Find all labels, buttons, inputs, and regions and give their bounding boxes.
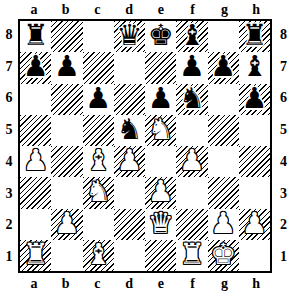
file-label-top-g: g — [209, 0, 241, 19]
file-label-top-a: a — [18, 0, 50, 19]
rank-label-left-6: 6 — [0, 83, 18, 115]
rank-label-left-5: 5 — [0, 114, 18, 146]
square-d5[interactable]: ♞ — [114, 115, 145, 146]
square-c2[interactable] — [83, 209, 114, 240]
square-f1[interactable]: ♜ — [176, 240, 207, 271]
white-pawn-icon: ♟ — [54, 209, 80, 238]
square-h7[interactable]: ♝ — [239, 52, 270, 83]
rank-labels-right: 87654321 — [272, 19, 295, 273]
square-c1[interactable]: ♝ — [83, 240, 114, 271]
square-h2[interactable]: ♟ — [239, 209, 270, 240]
rank-labels-left: 87654321 — [0, 19, 18, 273]
square-a7[interactable]: ♟ — [20, 52, 51, 83]
file-label-top-d: d — [113, 0, 145, 19]
square-e4[interactable] — [145, 146, 176, 177]
white-knight-icon: ♞ — [148, 115, 174, 144]
square-h5[interactable] — [239, 115, 270, 146]
rank-label-left-8: 8 — [0, 19, 18, 51]
file-label-bottom-g: g — [209, 273, 241, 295]
black-pawn-icon: ♟ — [85, 84, 111, 113]
square-b4[interactable] — [51, 146, 82, 177]
file-labels-top: abcdefgh — [18, 0, 272, 19]
white-pawn-icon: ♟ — [23, 146, 49, 175]
rank-label-left-4: 4 — [0, 146, 18, 178]
file-label-top-c: c — [82, 0, 114, 19]
file-label-bottom-a: a — [18, 273, 50, 295]
square-d1[interactable] — [114, 240, 145, 271]
square-f2[interactable] — [176, 209, 207, 240]
square-b6[interactable] — [51, 84, 82, 115]
black-knight-icon: ♞ — [179, 84, 205, 113]
square-h4[interactable] — [239, 146, 270, 177]
square-c6[interactable]: ♟ — [83, 84, 114, 115]
square-g8[interactable] — [208, 21, 239, 52]
square-c5[interactable] — [83, 115, 114, 146]
file-label-top-h: h — [240, 0, 272, 19]
square-g5[interactable] — [208, 115, 239, 146]
black-pawn-icon: ♟ — [179, 52, 205, 81]
file-label-bottom-f: f — [177, 273, 209, 295]
rank-label-left-7: 7 — [0, 51, 18, 83]
square-g4[interactable] — [208, 146, 239, 177]
file-label-bottom-b: b — [50, 273, 82, 295]
square-h8[interactable]: ♜ — [239, 21, 270, 52]
file-label-bottom-h: h — [240, 273, 272, 295]
file-label-top-b: b — [50, 0, 82, 19]
square-h6[interactable]: ♟ — [239, 84, 270, 115]
square-d3[interactable] — [114, 177, 145, 208]
rank-label-right-4: 4 — [272, 146, 295, 178]
black-knight-icon: ♞ — [116, 115, 142, 144]
white-pawn-icon: ♟ — [179, 146, 205, 175]
black-pawn-icon: ♟ — [54, 52, 80, 81]
square-a5[interactable] — [20, 115, 51, 146]
square-g1[interactable]: ♚ — [208, 240, 239, 271]
square-b7[interactable]: ♟ — [51, 52, 82, 83]
square-f4[interactable]: ♟ — [176, 146, 207, 177]
square-g7[interactable]: ♟ — [208, 52, 239, 83]
rank-label-left-3: 3 — [0, 178, 18, 210]
black-rook-icon: ♜ — [241, 21, 267, 50]
square-e2[interactable]: ♛ — [145, 209, 176, 240]
white-pawn-icon: ♟ — [116, 146, 142, 175]
square-e7[interactable] — [145, 52, 176, 83]
square-e1[interactable] — [145, 240, 176, 271]
square-a2[interactable] — [20, 209, 51, 240]
square-b8[interactable] — [51, 21, 82, 52]
black-rook-icon: ♜ — [23, 21, 49, 50]
rank-label-right-5: 5 — [272, 114, 295, 146]
square-e5[interactable]: ♞ — [145, 115, 176, 146]
rank-label-left-2: 2 — [0, 210, 18, 242]
square-e3[interactable]: ♟ — [145, 177, 176, 208]
chess-diagram: abcdefgh 87654321 ♜♛♚♝♜♟♟♟♟♝♟♟♞♟♞♞♟♝♟♟♞♟… — [0, 0, 295, 295]
black-pawn-icon: ♟ — [241, 84, 267, 113]
chess-board: ♜♛♚♝♜♟♟♟♟♝♟♟♞♟♞♞♟♝♟♟♞♟♟♛♟♟♜♝♜♚ — [18, 19, 272, 273]
square-f5[interactable] — [176, 115, 207, 146]
rank-label-right-1: 1 — [272, 241, 295, 273]
white-rook-icon: ♜ — [179, 240, 205, 269]
square-h3[interactable] — [239, 177, 270, 208]
rank-label-right-2: 2 — [272, 210, 295, 242]
file-label-bottom-c: c — [82, 273, 114, 295]
white-king-icon: ♚ — [210, 240, 236, 269]
black-king-icon: ♚ — [148, 21, 174, 50]
black-bishop-icon: ♝ — [241, 52, 267, 81]
white-bishop-icon: ♝ — [85, 146, 111, 175]
square-a8[interactable]: ♜ — [20, 21, 51, 52]
rank-label-right-6: 6 — [272, 83, 295, 115]
square-c4[interactable]: ♝ — [83, 146, 114, 177]
square-a1[interactable]: ♜ — [20, 240, 51, 271]
white-pawn-icon: ♟ — [210, 209, 236, 238]
white-pawn-icon: ♟ — [241, 209, 267, 238]
square-b5[interactable] — [51, 115, 82, 146]
square-g2[interactable]: ♟ — [208, 209, 239, 240]
rank-label-right-8: 8 — [272, 19, 295, 51]
square-a3[interactable] — [20, 177, 51, 208]
white-rook-icon: ♜ — [23, 240, 49, 269]
square-c3[interactable]: ♞ — [83, 177, 114, 208]
square-d6[interactable] — [114, 84, 145, 115]
black-pawn-icon: ♟ — [210, 52, 236, 81]
square-d4[interactable]: ♟ — [114, 146, 145, 177]
square-c7[interactable] — [83, 52, 114, 83]
rank-label-right-3: 3 — [272, 178, 295, 210]
black-queen-icon: ♛ — [116, 21, 142, 50]
square-d8[interactable]: ♛ — [114, 21, 145, 52]
rank-label-left-1: 1 — [0, 241, 18, 273]
file-label-bottom-e: e — [145, 273, 177, 295]
white-bishop-icon: ♝ — [85, 240, 111, 269]
file-label-top-e: e — [145, 0, 177, 19]
square-b2[interactable]: ♟ — [51, 209, 82, 240]
square-d7[interactable] — [114, 52, 145, 83]
black-bishop-icon: ♝ — [179, 21, 205, 50]
square-f6[interactable]: ♞ — [176, 84, 207, 115]
square-d2[interactable] — [114, 209, 145, 240]
square-b3[interactable] — [51, 177, 82, 208]
file-labels-bottom: abcdefgh — [18, 273, 272, 295]
square-a6[interactable] — [20, 84, 51, 115]
square-f3[interactable] — [176, 177, 207, 208]
rank-label-right-7: 7 — [272, 51, 295, 83]
square-e8[interactable]: ♚ — [145, 21, 176, 52]
square-c8[interactable] — [83, 21, 114, 52]
black-pawn-icon: ♟ — [148, 84, 174, 113]
square-a4[interactable]: ♟ — [20, 146, 51, 177]
square-f7[interactable]: ♟ — [176, 52, 207, 83]
square-e6[interactable]: ♟ — [145, 84, 176, 115]
file-label-top-f: f — [177, 0, 209, 19]
square-f8[interactable]: ♝ — [176, 21, 207, 52]
white-pawn-icon: ♟ — [148, 177, 174, 206]
square-h1[interactable] — [239, 240, 270, 271]
file-label-bottom-d: d — [113, 273, 145, 295]
square-b1[interactable] — [51, 240, 82, 271]
white-queen-icon: ♛ — [148, 209, 174, 238]
square-g6[interactable] — [208, 84, 239, 115]
white-knight-icon: ♞ — [85, 177, 111, 206]
black-pawn-icon: ♟ — [23, 52, 49, 81]
square-g3[interactable] — [208, 177, 239, 208]
